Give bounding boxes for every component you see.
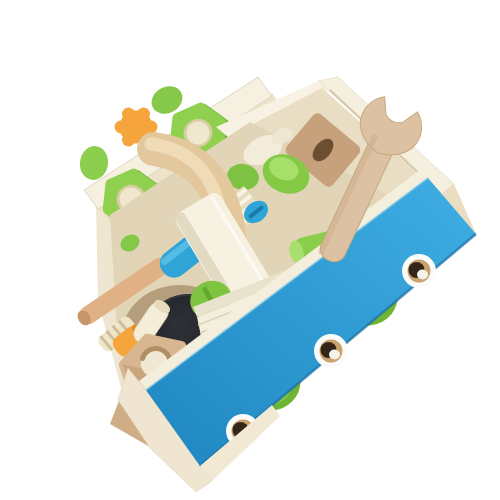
- panel-hole-2: [314, 334, 348, 368]
- toy-toolbox-photo: [0, 0, 500, 500]
- product-image: Wooden toy toolbox tilted diagonally on …: [0, 0, 500, 500]
- panel-hole-1: [402, 254, 436, 288]
